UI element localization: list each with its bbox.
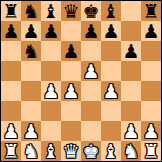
square-a5[interactable] [1,61,21,81]
square-c4[interactable]: ♟ [41,81,61,101]
square-g3[interactable] [121,101,141,121]
square-a1[interactable]: ♜ [1,141,21,161]
white-pawn[interactable]: ♟ [2,121,19,141]
white-pawn[interactable]: ♟ [102,81,119,101]
white-knight[interactable]: ♞ [22,141,39,161]
square-g1[interactable]: ♞ [121,141,141,161]
square-e5[interactable]: ♟ [81,61,101,81]
square-e2[interactable] [81,121,101,141]
black-rook[interactable]: ♜ [2,1,19,21]
black-pawn[interactable]: ♟ [22,21,39,41]
square-c5[interactable] [41,61,61,81]
square-e3[interactable] [81,101,101,121]
black-rook[interactable]: ♜ [142,1,159,21]
square-f6[interactable] [101,41,121,61]
square-f2[interactable] [101,121,121,141]
white-pawn[interactable]: ♟ [22,121,39,141]
black-knight[interactable]: ♞ [22,41,39,61]
square-b5[interactable] [21,61,41,81]
white-pawn[interactable]: ♟ [82,61,99,81]
square-c1[interactable]: ♝ [41,141,61,161]
square-d4[interactable]: ♟ [61,81,81,101]
square-d2[interactable] [61,121,81,141]
white-bishop[interactable]: ♝ [102,141,119,161]
square-g8[interactable] [121,1,141,21]
white-rook[interactable]: ♜ [142,141,159,161]
white-pawn[interactable]: ♟ [42,81,59,101]
square-h3[interactable] [141,101,161,121]
square-g4[interactable] [121,81,141,101]
square-a7[interactable]: ♟ [1,21,21,41]
black-king[interactable]: ♚ [82,1,99,21]
square-d6[interactable]: ♟ [61,41,81,61]
square-g7[interactable] [121,21,141,41]
square-c2[interactable] [41,121,61,141]
square-d7[interactable] [61,21,81,41]
square-a8[interactable]: ♜ [1,1,21,21]
square-a6[interactable] [1,41,21,61]
square-f1[interactable]: ♝ [101,141,121,161]
square-e4[interactable] [81,81,101,101]
white-pawn[interactable]: ♟ [62,81,79,101]
black-bishop[interactable]: ♝ [42,1,59,21]
square-a3[interactable] [1,101,21,121]
white-king[interactable]: ♚ [82,141,99,161]
square-d3[interactable] [61,101,81,121]
square-h4[interactable] [141,81,161,101]
black-knight[interactable]: ♞ [22,1,39,21]
square-d8[interactable]: ♛ [61,1,81,21]
square-h6[interactable] [141,41,161,61]
white-rook[interactable]: ♜ [2,141,19,161]
square-b2[interactable]: ♟ [21,121,41,141]
square-h5[interactable] [141,61,161,81]
square-g6[interactable]: ♟ [121,41,141,61]
square-f8[interactable]: ♝ [101,1,121,21]
square-b8[interactable]: ♞ [21,1,41,21]
square-g2[interactable]: ♟ [121,121,141,141]
square-f3[interactable] [101,101,121,121]
square-b4[interactable] [21,81,41,101]
square-e7[interactable]: ♟ [81,21,101,41]
chess-board-wrapper: ♜♞♝♛♚♝♜♟♟♟♟♟♟♞♟♟♟♟♟♟♟♟♟♟♜♞♝♛♚♝♞♜ [0,0,162,162]
white-knight[interactable]: ♞ [122,141,139,161]
square-c3[interactable] [41,101,61,121]
square-f5[interactable] [101,61,121,81]
black-pawn[interactable]: ♟ [2,21,19,41]
chess-board: ♜♞♝♛♚♝♜♟♟♟♟♟♟♞♟♟♟♟♟♟♟♟♟♟♜♞♝♛♚♝♞♜ [0,0,162,162]
square-f7[interactable]: ♟ [101,21,121,41]
white-pawn[interactable]: ♟ [122,121,139,141]
square-h7[interactable]: ♟ [141,21,161,41]
square-e6[interactable] [81,41,101,61]
square-e1[interactable]: ♚ [81,141,101,161]
white-queen[interactable]: ♛ [62,141,79,161]
square-d1[interactable]: ♛ [61,141,81,161]
black-pawn[interactable]: ♟ [42,21,59,41]
square-b3[interactable] [21,101,41,121]
square-e8[interactable]: ♚ [81,1,101,21]
square-b6[interactable]: ♞ [21,41,41,61]
square-c8[interactable]: ♝ [41,1,61,21]
square-a2[interactable]: ♟ [1,121,21,141]
square-g5[interactable] [121,61,141,81]
square-d5[interactable] [61,61,81,81]
square-h8[interactable]: ♜ [141,1,161,21]
square-b7[interactable]: ♟ [21,21,41,41]
square-c6[interactable] [41,41,61,61]
black-pawn[interactable]: ♟ [142,21,159,41]
black-pawn[interactable]: ♟ [102,21,119,41]
black-queen[interactable]: ♛ [62,1,79,21]
black-pawn[interactable]: ♟ [122,41,139,61]
black-pawn[interactable]: ♟ [82,21,99,41]
black-pawn[interactable]: ♟ [62,41,79,61]
square-f4[interactable]: ♟ [101,81,121,101]
square-c7[interactable]: ♟ [41,21,61,41]
black-bishop[interactable]: ♝ [102,1,119,21]
white-bishop[interactable]: ♝ [42,141,59,161]
white-pawn[interactable]: ♟ [142,121,159,141]
square-h2[interactable]: ♟ [141,121,161,141]
square-b1[interactable]: ♞ [21,141,41,161]
square-h1[interactable]: ♜ [141,141,161,161]
square-a4[interactable] [1,81,21,101]
